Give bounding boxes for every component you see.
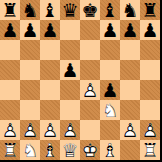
- piece-outline: ♕: [60, 140, 80, 160]
- square-b4[interactable]: [20, 80, 40, 100]
- square-e3[interactable]: [80, 100, 100, 120]
- square-b2[interactable]: ♟♙: [20, 120, 40, 140]
- white-rook-icon[interactable]: ♜♖: [140, 140, 160, 160]
- white-queen-icon[interactable]: ♛♕: [60, 140, 80, 160]
- square-a3[interactable]: [0, 100, 20, 120]
- square-f3[interactable]: ♞♘: [100, 100, 120, 120]
- square-b7[interactable]: ♟: [20, 20, 40, 40]
- square-a1[interactable]: ♜♖: [0, 140, 20, 160]
- square-h7[interactable]: ♟: [140, 20, 160, 40]
- piece-outline: ♙: [20, 120, 40, 140]
- square-d1[interactable]: ♛♕: [60, 140, 80, 160]
- square-e8[interactable]: ♚: [80, 0, 100, 20]
- chessboard-frame: ♜♞♝♛♚♝♞♜♟♟♟♟♟♟♟♟♙♟♞♘♟♙♟♙♟♙♟♙♟♙♟♙♜♖♞♘♝♗♛♕…: [0, 0, 162, 162]
- square-h5[interactable]: [140, 60, 160, 80]
- black-rook-icon[interactable]: ♜: [1, 1, 18, 20]
- square-c6[interactable]: [40, 40, 60, 60]
- square-h2[interactable]: ♟♙: [140, 120, 160, 140]
- square-h6[interactable]: [140, 40, 160, 60]
- square-a8[interactable]: ♜: [0, 0, 20, 20]
- square-b5[interactable]: [20, 60, 40, 80]
- square-e5[interactable]: [80, 60, 100, 80]
- piece-outline: ♙: [0, 120, 20, 140]
- piece-outline: ♙: [40, 120, 60, 140]
- piece-outline: ♔: [80, 140, 100, 160]
- black-pawn-icon[interactable]: ♟: [121, 21, 138, 40]
- black-knight-icon[interactable]: ♞: [121, 1, 138, 20]
- white-knight-icon[interactable]: ♞♘: [20, 140, 40, 160]
- square-a5[interactable]: [0, 60, 20, 80]
- square-f1[interactable]: ♝♗: [100, 140, 120, 160]
- piece-outline: ♗: [100, 140, 120, 160]
- black-bishop-icon[interactable]: ♝: [41, 1, 58, 20]
- square-h3[interactable]: [140, 100, 160, 120]
- white-pawn-icon[interactable]: ♟♙: [60, 120, 80, 140]
- square-a2[interactable]: ♟♙: [0, 120, 20, 140]
- square-d4[interactable]: [60, 80, 80, 100]
- square-h8[interactable]: ♜: [140, 0, 160, 20]
- square-c7[interactable]: ♟: [40, 20, 60, 40]
- piece-outline: ♙: [120, 120, 140, 140]
- square-f5[interactable]: [100, 60, 120, 80]
- chessboard: ♜♞♝♛♚♝♞♜♟♟♟♟♟♟♟♟♙♟♞♘♟♙♟♙♟♙♟♙♟♙♟♙♜♖♞♘♝♗♛♕…: [0, 0, 160, 160]
- square-d3[interactable]: [60, 100, 80, 120]
- piece-outline: ♘: [100, 100, 120, 120]
- square-d6[interactable]: [60, 40, 80, 60]
- square-a7[interactable]: ♟: [0, 20, 20, 40]
- black-pawn-icon[interactable]: ♟: [61, 61, 78, 80]
- square-f6[interactable]: [100, 40, 120, 60]
- white-pawn-icon[interactable]: ♟♙: [40, 120, 60, 140]
- square-e7[interactable]: [80, 20, 100, 40]
- black-pawn-icon[interactable]: ♟: [101, 81, 118, 100]
- square-b1[interactable]: ♞♘: [20, 140, 40, 160]
- square-c3[interactable]: [40, 100, 60, 120]
- black-rook-icon[interactable]: ♜: [141, 1, 158, 20]
- square-g1[interactable]: [120, 140, 140, 160]
- black-pawn-icon[interactable]: ♟: [41, 21, 58, 40]
- square-c4[interactable]: [40, 80, 60, 100]
- square-g2[interactable]: ♟♙: [120, 120, 140, 140]
- white-pawn-icon[interactable]: ♟♙: [20, 120, 40, 140]
- square-e1[interactable]: ♚♔: [80, 140, 100, 160]
- square-d5[interactable]: ♟: [60, 60, 80, 80]
- black-queen-icon[interactable]: ♛: [61, 1, 78, 20]
- square-f4[interactable]: ♟: [100, 80, 120, 100]
- black-pawn-icon[interactable]: ♟: [141, 21, 158, 40]
- square-g5[interactable]: [120, 60, 140, 80]
- square-e2[interactable]: [80, 120, 100, 140]
- black-pawn-icon[interactable]: ♟: [21, 21, 38, 40]
- square-b3[interactable]: [20, 100, 40, 120]
- black-king-icon[interactable]: ♚: [81, 1, 98, 20]
- square-g6[interactable]: [120, 40, 140, 60]
- piece-outline: ♙: [80, 80, 100, 100]
- white-king-icon[interactable]: ♚♔: [80, 140, 100, 160]
- white-rook-icon[interactable]: ♜♖: [0, 140, 20, 160]
- piece-outline: ♖: [0, 140, 20, 160]
- square-d2[interactable]: ♟♙: [60, 120, 80, 140]
- square-c1[interactable]: ♝♗: [40, 140, 60, 160]
- square-g4[interactable]: [120, 80, 140, 100]
- piece-outline: ♖: [140, 140, 160, 160]
- square-c5[interactable]: [40, 60, 60, 80]
- piece-outline: ♙: [60, 120, 80, 140]
- white-bishop-icon[interactable]: ♝♗: [100, 140, 120, 160]
- white-pawn-icon[interactable]: ♟♙: [140, 120, 160, 140]
- square-d7[interactable]: [60, 20, 80, 40]
- white-bishop-icon[interactable]: ♝♗: [40, 140, 60, 160]
- black-pawn-icon[interactable]: ♟: [1, 21, 18, 40]
- black-bishop-icon[interactable]: ♝: [101, 1, 118, 20]
- piece-outline: ♙: [140, 120, 160, 140]
- square-f2[interactable]: [100, 120, 120, 140]
- black-knight-icon[interactable]: ♞: [21, 1, 38, 20]
- square-g7[interactable]: ♟: [120, 20, 140, 40]
- white-pawn-icon[interactable]: ♟♙: [0, 120, 20, 140]
- square-h4[interactable]: [140, 80, 160, 100]
- square-d8[interactable]: ♛: [60, 0, 80, 20]
- square-b6[interactable]: [20, 40, 40, 60]
- square-f7[interactable]: ♟: [100, 20, 120, 40]
- white-pawn-icon[interactable]: ♟♙: [120, 120, 140, 140]
- white-pawn-icon[interactable]: ♟♙: [80, 80, 100, 100]
- square-c2[interactable]: ♟♙: [40, 120, 60, 140]
- black-pawn-icon[interactable]: ♟: [101, 21, 118, 40]
- square-a6[interactable]: [0, 40, 20, 60]
- piece-outline: ♗: [40, 140, 60, 160]
- square-f8[interactable]: ♝: [100, 0, 120, 20]
- square-a4[interactable]: [0, 80, 20, 100]
- square-g3[interactable]: [120, 100, 140, 120]
- square-g8[interactable]: ♞: [120, 0, 140, 20]
- white-knight-icon[interactable]: ♞♘: [100, 100, 120, 120]
- square-e6[interactable]: [80, 40, 100, 60]
- square-h1[interactable]: ♜♖: [140, 140, 160, 160]
- square-b8[interactable]: ♞: [20, 0, 40, 20]
- square-c8[interactable]: ♝: [40, 0, 60, 20]
- piece-outline: ♘: [20, 140, 40, 160]
- square-e4[interactable]: ♟♙: [80, 80, 100, 100]
